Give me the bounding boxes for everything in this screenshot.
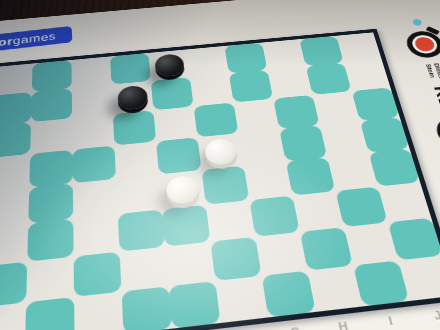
- board-square-g3[interactable]: [0, 262, 27, 308]
- nestorgames-logo-bold: nestor: [0, 35, 13, 51]
- cyan-dot-icon: [412, 19, 423, 26]
- board-square-h6[interactable]: [352, 87, 400, 121]
- board-square-b2[interactable]: [210, 237, 261, 281]
- board-square-g5[interactable]: [360, 117, 410, 153]
- board-square-e6[interactable]: [234, 99, 280, 134]
- white-piece-e4[interactable]: [165, 174, 200, 204]
- board-square-d8[interactable]: [110, 53, 151, 85]
- board-square-f8[interactable]: [224, 43, 267, 74]
- file-label-h: H: [318, 317, 368, 330]
- ordo-o-core-icon: [413, 36, 437, 52]
- board-square-i5[interactable]: [28, 183, 73, 223]
- board-square-j2[interactable]: [122, 286, 173, 330]
- board-square-g8[interactable]: [262, 39, 306, 70]
- file-label-g: G: [270, 323, 320, 330]
- board-square-j3[interactable]: [120, 247, 169, 292]
- board-square-c8[interactable]: [71, 56, 111, 88]
- board-square-b7[interactable]: [72, 85, 113, 119]
- board-square-i6[interactable]: [0, 154, 30, 192]
- board-square-c6[interactable]: [153, 106, 197, 141]
- board-square-i4[interactable]: [73, 214, 119, 257]
- ordo-o-icon: [403, 30, 440, 59]
- board-square-c5[interactable]: [156, 137, 201, 174]
- board-square-i3[interactable]: [74, 252, 122, 297]
- black-piece-d7[interactable]: [117, 85, 148, 111]
- board-square-i2[interactable]: [74, 292, 124, 330]
- board-square-j8[interactable]: [0, 92, 32, 126]
- board-square-a6[interactable]: [72, 114, 114, 150]
- board-square-f3[interactable]: [378, 182, 431, 222]
- photo-stage: nestorgames ABCDEFGHIJ Dieter Stein RD: [0, 0, 440, 330]
- board-square-d7[interactable]: [190, 73, 234, 106]
- board-square-h5[interactable]: [0, 188, 29, 229]
- board-square-f7[interactable]: [267, 66, 312, 98]
- board-square-b6[interactable]: [113, 110, 156, 145]
- ordo-o-stem-icon: [426, 26, 440, 35]
- black-piece-e8[interactable]: [154, 53, 185, 77]
- board-square-b8[interactable]: [32, 60, 72, 92]
- board-square-b4[interactable]: [202, 166, 250, 205]
- board-square-j6[interactable]: [29, 150, 73, 188]
- board-square-c3[interactable]: [249, 196, 299, 237]
- board-square-c4[interactable]: [244, 161, 293, 200]
- file-label-j: J: [412, 306, 440, 324]
- board-square-j7[interactable]: [30, 118, 72, 154]
- board-square-a2[interactable]: [165, 242, 215, 287]
- board-square-e8[interactable]: [187, 46, 229, 77]
- board-square-e7[interactable]: [229, 70, 273, 103]
- board-square-g2[interactable]: [0, 302, 26, 330]
- board-square-d5[interactable]: [238, 129, 285, 166]
- board-square-a8[interactable]: [0, 64, 33, 96]
- board-square-b5[interactable]: [114, 141, 159, 178]
- white-piece-f5[interactable]: [203, 137, 237, 165]
- board-square-a1[interactable]: [169, 281, 221, 329]
- designer-credit: Dieter Stein: [424, 63, 440, 81]
- board-square-i8[interactable]: [336, 32, 381, 62]
- file-label-i: I: [365, 312, 416, 330]
- board-square-c2[interactable]: [255, 232, 307, 276]
- game-mat: nestorgames ABCDEFGHIJ Dieter Stein RD: [0, 0, 440, 330]
- board-square-f4[interactable]: [369, 149, 420, 187]
- ordo-rd-letters: RD: [429, 85, 440, 111]
- board-square-b1[interactable]: [215, 276, 268, 323]
- board-square-a4[interactable]: [116, 174, 162, 214]
- board-square-j5[interactable]: [73, 179, 118, 219]
- board-square-h7[interactable]: [344, 59, 391, 91]
- board-square-g4[interactable]: [0, 224, 28, 267]
- board-square-f6[interactable]: [273, 95, 320, 129]
- board-square-a5[interactable]: [72, 146, 116, 184]
- board-square-h4[interactable]: [27, 219, 73, 262]
- ordo-o-icon: [433, 115, 440, 149]
- board-square-b3[interactable]: [206, 200, 255, 242]
- board-frame: [0, 29, 440, 330]
- nestorgames-logo-light: games: [13, 30, 56, 46]
- board-square-d6[interactable]: [194, 102, 239, 137]
- board-square-h3[interactable]: [26, 257, 74, 303]
- board-square-i7[interactable]: [0, 122, 31, 158]
- board-square-h2[interactable]: [25, 297, 75, 330]
- board-square-j4[interactable]: [118, 209, 165, 251]
- nestorgames-logo: nestorgames: [0, 26, 73, 56]
- board-square-c7[interactable]: [151, 77, 194, 110]
- board-square-c1[interactable]: [262, 271, 316, 318]
- board-grid: [0, 32, 440, 330]
- board-square-a7[interactable]: [31, 88, 72, 122]
- board-square-a3[interactable]: [162, 205, 210, 247]
